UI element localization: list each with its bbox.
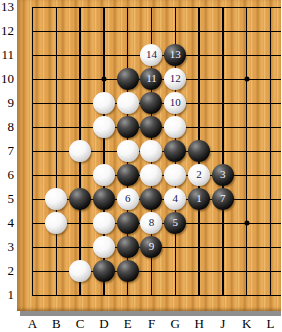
- row-label-3: 3: [0, 239, 14, 255]
- move-number: 8: [149, 217, 155, 228]
- column-label-D: D: [93, 315, 115, 332]
- white-stone-G8: [164, 116, 186, 138]
- white-stone-C7: [69, 140, 91, 162]
- move-number: 13: [170, 49, 181, 60]
- intersection-G4[interactable]: 5: [163, 211, 187, 235]
- intersection-H2[interactable]: [187, 259, 211, 283]
- move-number: 14: [146, 49, 157, 60]
- intersection-D8[interactable]: [92, 115, 116, 139]
- intersection-J12[interactable]: [211, 19, 235, 43]
- black-stone-E6: [117, 164, 139, 186]
- intersection-G10[interactable]: 12: [163, 67, 187, 91]
- white-stone-D3: [93, 236, 115, 258]
- white-stone-H6: 2: [188, 164, 210, 186]
- intersection-C3[interactable]: [68, 235, 92, 259]
- intersection-K7[interactable]: [235, 139, 259, 163]
- intersection-L9[interactable]: [259, 91, 281, 115]
- intersection-H4[interactable]: [187, 211, 211, 235]
- row-label-9: 9: [0, 95, 14, 111]
- black-stone-C5: [69, 188, 91, 210]
- intersection-L13[interactable]: [259, 0, 281, 19]
- intersection-A6[interactable]: [21, 163, 45, 187]
- intersection-A2[interactable]: [21, 259, 45, 283]
- black-stone-D5: [93, 188, 115, 210]
- intersection-B12[interactable]: [44, 19, 68, 43]
- intersection-F9[interactable]: [140, 91, 164, 115]
- intersection-B7[interactable]: [44, 139, 68, 163]
- intersection-J2[interactable]: [211, 259, 235, 283]
- row-label-7: 7: [0, 143, 14, 159]
- intersection-L7[interactable]: [259, 139, 281, 163]
- intersection-E3[interactable]: [116, 235, 140, 259]
- intersection-C12[interactable]: [68, 19, 92, 43]
- intersection-D1[interactable]: [92, 283, 116, 307]
- row-label-8: 8: [0, 119, 14, 135]
- intersection-C8[interactable]: [68, 115, 92, 139]
- intersection-F8[interactable]: [140, 115, 164, 139]
- intersection-F6[interactable]: [140, 163, 164, 187]
- intersection-K2[interactable]: [235, 259, 259, 283]
- intersection-C11[interactable]: [68, 43, 92, 67]
- intersection-C7[interactable]: [68, 139, 92, 163]
- intersection-D6[interactable]: [92, 163, 116, 187]
- black-stone-G11: 13: [164, 44, 186, 66]
- intersection-C2[interactable]: [68, 259, 92, 283]
- white-stone-F6: [140, 164, 162, 186]
- row-label-13: 13: [0, 0, 14, 15]
- intersection-K1[interactable]: [235, 283, 259, 307]
- intersection-F11[interactable]: 14: [140, 43, 164, 67]
- intersection-L6[interactable]: [259, 163, 281, 187]
- intersection-J10[interactable]: [211, 67, 235, 91]
- intersection-K9[interactable]: [235, 91, 259, 115]
- intersection-J13[interactable]: [211, 0, 235, 19]
- intersection-D2[interactable]: [92, 259, 116, 283]
- intersection-F3[interactable]: 9: [140, 235, 164, 259]
- intersection-H11[interactable]: [187, 43, 211, 67]
- intersection-D3[interactable]: [92, 235, 116, 259]
- white-stone-E7: [117, 140, 139, 162]
- intersection-F7[interactable]: [140, 139, 164, 163]
- intersection-H10[interactable]: [187, 67, 211, 91]
- black-stone-F10: 11: [140, 68, 162, 90]
- black-stone-J5: 7: [212, 188, 234, 210]
- intersection-G13[interactable]: [163, 0, 187, 19]
- intersection-J1[interactable]: [211, 283, 235, 307]
- intersection-E2[interactable]: [116, 259, 140, 283]
- column-label-G: G: [164, 315, 186, 332]
- intersection-L11[interactable]: [259, 43, 281, 67]
- column-label-J: J: [212, 315, 234, 332]
- intersection-K11[interactable]: [235, 43, 259, 67]
- intersection-K8[interactable]: [235, 115, 259, 139]
- move-number: 5: [173, 217, 179, 228]
- go-diagram: 13121110987654321 ABCDEFGHJKL 1413111210…: [0, 0, 281, 332]
- intersection-G9[interactable]: 10: [163, 91, 187, 115]
- intersection-D5[interactable]: [92, 187, 116, 211]
- intersection-A12[interactable]: [21, 19, 45, 43]
- intersection-F10[interactable]: 11: [140, 67, 164, 91]
- intersection-G1[interactable]: [163, 283, 187, 307]
- intersection-A10[interactable]: [21, 67, 45, 91]
- intersection-E8[interactable]: [116, 115, 140, 139]
- intersection-H7[interactable]: [187, 139, 211, 163]
- black-stone-F5: [140, 188, 162, 210]
- intersection-E6[interactable]: [116, 163, 140, 187]
- white-stone-F11: 14: [140, 44, 162, 66]
- intersection-A13[interactable]: [21, 0, 45, 19]
- intersection-E12[interactable]: [116, 19, 140, 43]
- intersection-J4[interactable]: [211, 211, 235, 235]
- intersection-J5[interactable]: 7: [211, 187, 235, 211]
- row-label-2: 2: [0, 263, 14, 279]
- intersection-J6[interactable]: 3: [211, 163, 235, 187]
- white-stone-C2: [69, 260, 91, 282]
- intersection-C9[interactable]: [68, 91, 92, 115]
- intersection-A8[interactable]: [21, 115, 45, 139]
- intersection-G6[interactable]: [163, 163, 187, 187]
- white-stone-B5: [45, 188, 67, 210]
- white-stone-G10: 12: [164, 68, 186, 90]
- white-stone-D4: [93, 212, 115, 234]
- intersection-E4[interactable]: [116, 211, 140, 235]
- intersection-B3[interactable]: [44, 235, 68, 259]
- row-label-5: 5: [0, 191, 14, 207]
- white-stone-G6: [164, 164, 186, 186]
- white-stone-D6: [93, 164, 115, 186]
- intersection-B1[interactable]: [44, 283, 68, 307]
- intersection-E5[interactable]: 6: [116, 187, 140, 211]
- intersection-D12[interactable]: [92, 19, 116, 43]
- white-stone-G9: 10: [164, 92, 186, 114]
- intersection-A4[interactable]: [21, 211, 45, 235]
- black-stone-G4: 5: [164, 212, 186, 234]
- intersection-K4[interactable]: [235, 211, 259, 235]
- move-number: 4: [173, 193, 179, 204]
- intersection-B9[interactable]: [44, 91, 68, 115]
- intersection-B5[interactable]: [44, 187, 68, 211]
- intersection-E1[interactable]: [116, 283, 140, 307]
- intersection-G5[interactable]: 4: [163, 187, 187, 211]
- intersection-F2[interactable]: [140, 259, 164, 283]
- intersection-B2[interactable]: [44, 259, 68, 283]
- intersection-C5[interactable]: [68, 187, 92, 211]
- intersection-L1[interactable]: [259, 283, 281, 307]
- intersection-D9[interactable]: [92, 91, 116, 115]
- intersection-C6[interactable]: [68, 163, 92, 187]
- white-stone-F7: [140, 140, 162, 162]
- black-stone-D2: [93, 260, 115, 282]
- intersection-A1[interactable]: [21, 283, 45, 307]
- move-number: 12: [170, 73, 181, 84]
- intersection-D4[interactable]: [92, 211, 116, 235]
- intersection-L2[interactable]: [259, 259, 281, 283]
- intersection-F5[interactable]: [140, 187, 164, 211]
- black-stone-F3: 9: [140, 236, 162, 258]
- intersection-L4[interactable]: [259, 211, 281, 235]
- intersection-A5[interactable]: [21, 187, 45, 211]
- intersection-C1[interactable]: [68, 283, 92, 307]
- move-number: 2: [196, 169, 202, 180]
- intersection-E13[interactable]: [116, 0, 140, 19]
- intersection-H3[interactable]: [187, 235, 211, 259]
- intersection-H8[interactable]: [187, 115, 211, 139]
- intersection-J8[interactable]: [211, 115, 235, 139]
- intersection-J9[interactable]: [211, 91, 235, 115]
- intersection-F4[interactable]: 8: [140, 211, 164, 235]
- intersection-E7[interactable]: [116, 139, 140, 163]
- white-stone-E5: 6: [117, 188, 139, 210]
- intersection-B8[interactable]: [44, 115, 68, 139]
- intersection-K6[interactable]: [235, 163, 259, 187]
- intersection-C4[interactable]: [68, 211, 92, 235]
- intersection-G2[interactable]: [163, 259, 187, 283]
- intersection-B11[interactable]: [44, 43, 68, 67]
- black-stone-J6: 3: [212, 164, 234, 186]
- intersection-C13[interactable]: [68, 0, 92, 19]
- intersection-J11[interactable]: [211, 43, 235, 67]
- black-stone-E3: [117, 236, 139, 258]
- move-number: 1: [196, 193, 202, 204]
- board-grid: 1413111210236417859: [21, 0, 281, 307]
- intersection-B4[interactable]: [44, 211, 68, 235]
- intersection-K12[interactable]: [235, 19, 259, 43]
- intersection-D11[interactable]: [92, 43, 116, 67]
- white-stone-D9: [93, 92, 115, 114]
- column-label-C: C: [69, 315, 91, 332]
- row-label-1: 1: [0, 287, 14, 303]
- intersection-J3[interactable]: [211, 235, 235, 259]
- intersection-K10[interactable]: [235, 67, 259, 91]
- intersection-G7[interactable]: [163, 139, 187, 163]
- intersection-L5[interactable]: [259, 187, 281, 211]
- intersection-A9[interactable]: [21, 91, 45, 115]
- black-stone-E4: [117, 212, 139, 234]
- row-label-4: 4: [0, 215, 14, 231]
- intersection-F12[interactable]: [140, 19, 164, 43]
- column-label-H: H: [188, 315, 210, 332]
- move-number: 7: [220, 193, 226, 204]
- move-number: 6: [125, 193, 131, 204]
- intersection-L12[interactable]: [259, 19, 281, 43]
- row-label-10: 10: [0, 71, 14, 87]
- intersection-K5[interactable]: [235, 187, 259, 211]
- intersection-G3[interactable]: [163, 235, 187, 259]
- black-stone-F8: [140, 116, 162, 138]
- intersection-L10[interactable]: [259, 67, 281, 91]
- intersection-E9[interactable]: [116, 91, 140, 115]
- intersection-A11[interactable]: [21, 43, 45, 67]
- move-number: 10: [170, 97, 181, 108]
- intersection-H5[interactable]: 1: [187, 187, 211, 211]
- black-stone-G7: [164, 140, 186, 162]
- intersection-K3[interactable]: [235, 235, 259, 259]
- row-label-6: 6: [0, 167, 14, 183]
- intersection-B6[interactable]: [44, 163, 68, 187]
- intersection-G12[interactable]: [163, 19, 187, 43]
- intersection-F13[interactable]: [140, 0, 164, 19]
- intersection-D7[interactable]: [92, 139, 116, 163]
- intersection-G8[interactable]: [163, 115, 187, 139]
- column-label-F: F: [141, 315, 163, 332]
- column-label-B: B: [45, 315, 67, 332]
- move-number: 9: [149, 241, 155, 252]
- black-stone-F9: [140, 92, 162, 114]
- intersection-H1[interactable]: [187, 283, 211, 307]
- intersection-H12[interactable]: [187, 19, 211, 43]
- white-stone-B4: [45, 212, 67, 234]
- row-label-12: 12: [0, 23, 14, 39]
- white-stone-F4: 8: [140, 212, 162, 234]
- intersection-H13[interactable]: [187, 0, 211, 19]
- intersection-H9[interactable]: [187, 91, 211, 115]
- black-stone-H7: [188, 140, 210, 162]
- column-label-A: A: [22, 315, 44, 332]
- intersection-A7[interactable]: [21, 139, 45, 163]
- intersection-L8[interactable]: [259, 115, 281, 139]
- intersection-B13[interactable]: [44, 0, 68, 19]
- intersection-H6[interactable]: 2: [187, 163, 211, 187]
- intersection-E11[interactable]: [116, 43, 140, 67]
- intersection-B10[interactable]: [44, 67, 68, 91]
- column-label-K: K: [236, 315, 258, 332]
- intersection-D10[interactable]: [92, 67, 116, 91]
- black-stone-H5: 1: [188, 188, 210, 210]
- white-stone-G5: 4: [164, 188, 186, 210]
- black-stone-E10: [117, 68, 139, 90]
- move-number: 11: [146, 73, 157, 84]
- white-stone-E9: [117, 92, 139, 114]
- white-stone-D8: [93, 116, 115, 138]
- move-number: 3: [220, 169, 226, 180]
- row-label-11: 11: [0, 47, 14, 63]
- intersection-L3[interactable]: [259, 235, 281, 259]
- intersection-C10[interactable]: [68, 67, 92, 91]
- intersection-E10[interactable]: [116, 67, 140, 91]
- intersection-D13[interactable]: [92, 0, 116, 19]
- intersection-F1[interactable]: [140, 283, 164, 307]
- intersection-K13[interactable]: [235, 0, 259, 19]
- intersection-J7[interactable]: [211, 139, 235, 163]
- intersection-A3[interactable]: [21, 235, 45, 259]
- column-label-L: L: [260, 315, 282, 332]
- black-stone-E2: [117, 260, 139, 282]
- intersection-G11[interactable]: 13: [163, 43, 187, 67]
- black-stone-E8: [117, 116, 139, 138]
- column-label-E: E: [117, 315, 139, 332]
